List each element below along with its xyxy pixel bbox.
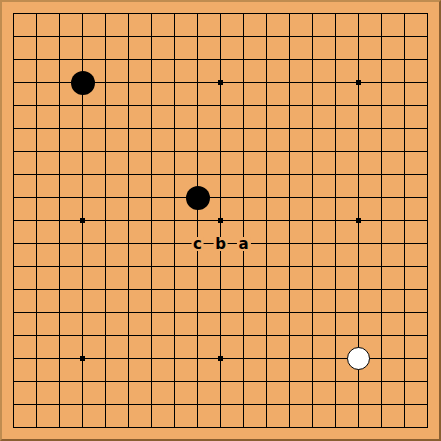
intersection[interactable] [416,71,439,94]
intersection[interactable] [71,209,94,232]
intersection[interactable] [163,416,186,439]
black-stone[interactable] [186,186,210,210]
intersection[interactable] [209,140,232,163]
intersection[interactable] [163,186,186,209]
intersection[interactable] [48,278,71,301]
intersection[interactable] [71,278,94,301]
intersection[interactable] [209,324,232,347]
intersection[interactable] [393,25,416,48]
intersection[interactable] [393,416,416,439]
intersection[interactable] [2,117,25,140]
intersection[interactable] [416,94,439,117]
intersection[interactable] [2,94,25,117]
intersection[interactable] [2,163,25,186]
intersection[interactable] [117,278,140,301]
intersection[interactable] [94,393,117,416]
intersection[interactable] [117,255,140,278]
intersection[interactable] [2,232,25,255]
intersection[interactable] [140,94,163,117]
intersection[interactable] [416,370,439,393]
intersection[interactable] [393,255,416,278]
intersection[interactable] [48,209,71,232]
intersection[interactable] [186,416,209,439]
intersection[interactable] [117,416,140,439]
intersection[interactable] [416,209,439,232]
intersection[interactable] [301,25,324,48]
intersection[interactable] [140,163,163,186]
intersection[interactable] [117,324,140,347]
intersection[interactable]: b [209,232,232,255]
intersection[interactable] [163,301,186,324]
intersection[interactable] [140,48,163,71]
intersection[interactable] [140,255,163,278]
intersection[interactable] [140,117,163,140]
intersection[interactable] [393,301,416,324]
intersection[interactable] [117,117,140,140]
intersection[interactable] [71,393,94,416]
intersection[interactable] [347,393,370,416]
intersection[interactable] [370,25,393,48]
intersection[interactable] [48,94,71,117]
intersection[interactable] [324,324,347,347]
intersection[interactable] [71,370,94,393]
intersection[interactable] [163,278,186,301]
intersection[interactable] [2,370,25,393]
intersection[interactable] [324,416,347,439]
intersection[interactable] [71,163,94,186]
intersection[interactable] [393,117,416,140]
intersection[interactable] [186,117,209,140]
intersection[interactable] [278,209,301,232]
intersection[interactable] [163,232,186,255]
intersection[interactable] [209,94,232,117]
intersection[interactable] [163,324,186,347]
intersection[interactable] [301,186,324,209]
intersection[interactable] [209,2,232,25]
intersection[interactable] [255,301,278,324]
intersection[interactable] [186,255,209,278]
intersection[interactable] [94,278,117,301]
intersection[interactable] [232,71,255,94]
intersection[interactable] [255,186,278,209]
intersection[interactable] [301,324,324,347]
intersection[interactable] [370,416,393,439]
intersection[interactable] [186,347,209,370]
intersection[interactable] [324,48,347,71]
intersection[interactable] [255,278,278,301]
intersection[interactable] [25,140,48,163]
intersection[interactable] [48,25,71,48]
intersection[interactable] [347,140,370,163]
intersection[interactable] [255,25,278,48]
intersection[interactable] [301,117,324,140]
intersection[interactable] [2,2,25,25]
intersection[interactable] [71,347,94,370]
intersection[interactable] [186,370,209,393]
intersection[interactable] [416,186,439,209]
intersection[interactable] [94,71,117,94]
intersection[interactable] [324,71,347,94]
intersection[interactable] [48,186,71,209]
intersection[interactable] [2,255,25,278]
intersection[interactable] [347,117,370,140]
intersection[interactable] [48,324,71,347]
intersection[interactable] [393,393,416,416]
intersection[interactable] [163,255,186,278]
intersection[interactable] [48,163,71,186]
intersection[interactable] [301,255,324,278]
intersection[interactable] [71,71,94,94]
intersection[interactable] [71,94,94,117]
intersection[interactable] [232,324,255,347]
intersection[interactable] [209,278,232,301]
intersection[interactable] [278,25,301,48]
intersection[interactable] [71,255,94,278]
intersection[interactable] [48,71,71,94]
intersection[interactable] [393,94,416,117]
intersection[interactable] [94,163,117,186]
intersection[interactable] [94,2,117,25]
intersection[interactable] [278,163,301,186]
intersection[interactable] [232,2,255,25]
intersection[interactable] [255,416,278,439]
intersection[interactable] [186,186,209,209]
intersection[interactable] [370,186,393,209]
intersection[interactable] [370,347,393,370]
intersection[interactable] [25,393,48,416]
intersection[interactable] [370,209,393,232]
intersection[interactable] [48,140,71,163]
intersection[interactable] [347,163,370,186]
intersection[interactable] [186,25,209,48]
intersection[interactable] [255,370,278,393]
intersection[interactable] [209,117,232,140]
intersection[interactable] [324,255,347,278]
intersection[interactable] [48,2,71,25]
intersection[interactable] [370,255,393,278]
intersection[interactable] [48,232,71,255]
intersection[interactable] [94,94,117,117]
intersection[interactable] [393,186,416,209]
intersection[interactable] [48,301,71,324]
intersection[interactable] [163,25,186,48]
intersection[interactable] [324,232,347,255]
intersection[interactable] [278,416,301,439]
intersection[interactable] [117,186,140,209]
intersection[interactable] [347,347,370,370]
intersection[interactable] [2,278,25,301]
intersection[interactable] [301,163,324,186]
intersection[interactable] [278,278,301,301]
intersection[interactable] [117,140,140,163]
intersection[interactable] [255,209,278,232]
intersection[interactable] [117,48,140,71]
intersection[interactable] [232,416,255,439]
intersection[interactable] [232,94,255,117]
intersection[interactable] [255,117,278,140]
intersection[interactable] [25,117,48,140]
intersection[interactable] [324,278,347,301]
intersection[interactable] [140,370,163,393]
intersection[interactable] [370,370,393,393]
intersection[interactable] [416,393,439,416]
intersection[interactable] [25,71,48,94]
intersection[interactable] [232,255,255,278]
intersection[interactable] [416,2,439,25]
intersection[interactable] [393,2,416,25]
intersection[interactable] [209,25,232,48]
intersection[interactable] [25,2,48,25]
intersection[interactable] [255,94,278,117]
intersection[interactable] [324,301,347,324]
intersection[interactable] [393,71,416,94]
intersection[interactable] [324,94,347,117]
intersection[interactable] [140,347,163,370]
intersection[interactable] [347,209,370,232]
intersection[interactable] [393,48,416,71]
intersection[interactable] [301,393,324,416]
intersection[interactable] [25,301,48,324]
intersection[interactable] [370,301,393,324]
intersection[interactable] [232,163,255,186]
intersection[interactable] [347,48,370,71]
intersection[interactable] [324,209,347,232]
intersection[interactable] [25,347,48,370]
intersection[interactable] [71,416,94,439]
intersection[interactable] [209,71,232,94]
intersection[interactable] [71,48,94,71]
intersection[interactable] [117,94,140,117]
intersection[interactable] [25,278,48,301]
intersection[interactable] [140,232,163,255]
intersection[interactable] [140,278,163,301]
intersection[interactable] [301,232,324,255]
intersection[interactable] [301,416,324,439]
intersection[interactable] [347,301,370,324]
intersection[interactable] [301,94,324,117]
intersection[interactable] [232,370,255,393]
intersection[interactable] [370,393,393,416]
intersection[interactable] [416,255,439,278]
intersection[interactable] [278,48,301,71]
intersection[interactable] [209,393,232,416]
intersection[interactable] [370,232,393,255]
intersection[interactable] [301,209,324,232]
intersection[interactable] [232,25,255,48]
intersection[interactable] [186,393,209,416]
intersection[interactable] [140,25,163,48]
intersection[interactable] [163,140,186,163]
intersection[interactable] [140,416,163,439]
intersection[interactable]: c [186,232,209,255]
intersection[interactable] [278,117,301,140]
intersection[interactable] [94,324,117,347]
intersection[interactable] [232,48,255,71]
intersection[interactable] [48,117,71,140]
intersection[interactable] [186,209,209,232]
intersection[interactable] [232,186,255,209]
intersection[interactable] [186,140,209,163]
intersection[interactable] [393,278,416,301]
intersection[interactable] [2,25,25,48]
intersection[interactable] [370,94,393,117]
board-grid[interactable]: cba [2,2,439,439]
intersection[interactable] [393,163,416,186]
intersection[interactable] [117,163,140,186]
intersection[interactable] [117,71,140,94]
intersection[interactable] [94,347,117,370]
intersection[interactable] [278,2,301,25]
intersection[interactable]: a [232,232,255,255]
intersection[interactable] [255,71,278,94]
intersection[interactable] [370,140,393,163]
intersection[interactable] [347,25,370,48]
intersection[interactable] [278,140,301,163]
intersection[interactable] [278,71,301,94]
intersection[interactable] [163,71,186,94]
intersection[interactable] [347,71,370,94]
intersection[interactable] [393,347,416,370]
intersection[interactable] [140,209,163,232]
intersection[interactable] [347,186,370,209]
intersection[interactable] [255,140,278,163]
intersection[interactable] [255,163,278,186]
intersection[interactable] [2,71,25,94]
intersection[interactable] [255,232,278,255]
intersection[interactable] [347,255,370,278]
intersection[interactable] [416,163,439,186]
intersection[interactable] [209,370,232,393]
intersection[interactable] [324,25,347,48]
intersection[interactable] [278,232,301,255]
intersection[interactable] [416,301,439,324]
intersection[interactable] [209,163,232,186]
intersection[interactable] [186,48,209,71]
intersection[interactable] [117,301,140,324]
intersection[interactable] [2,324,25,347]
intersection[interactable] [255,347,278,370]
intersection[interactable] [25,255,48,278]
intersection[interactable] [416,347,439,370]
intersection[interactable] [2,209,25,232]
intersection[interactable] [94,416,117,439]
intersection[interactable] [393,209,416,232]
intersection[interactable] [163,2,186,25]
intersection[interactable] [324,117,347,140]
intersection[interactable] [2,301,25,324]
intersection[interactable] [163,209,186,232]
intersection[interactable] [370,117,393,140]
intersection[interactable] [25,370,48,393]
intersection[interactable] [2,393,25,416]
intersection[interactable] [117,393,140,416]
intersection[interactable] [163,48,186,71]
intersection[interactable] [186,71,209,94]
intersection[interactable] [232,301,255,324]
intersection[interactable] [232,278,255,301]
intersection[interactable] [416,416,439,439]
intersection[interactable] [71,301,94,324]
intersection[interactable] [278,94,301,117]
intersection[interactable] [117,2,140,25]
intersection[interactable] [186,301,209,324]
intersection[interactable] [209,186,232,209]
intersection[interactable] [255,393,278,416]
intersection[interactable] [25,25,48,48]
intersection[interactable] [416,278,439,301]
intersection[interactable] [140,324,163,347]
intersection[interactable] [301,71,324,94]
intersection[interactable] [209,209,232,232]
intersection[interactable] [416,117,439,140]
intersection[interactable] [163,347,186,370]
intersection[interactable] [347,416,370,439]
intersection[interactable] [416,25,439,48]
intersection[interactable] [140,186,163,209]
intersection[interactable] [94,117,117,140]
intersection[interactable] [393,232,416,255]
intersection[interactable] [232,347,255,370]
intersection[interactable] [71,186,94,209]
intersection[interactable] [48,255,71,278]
intersection[interactable] [324,2,347,25]
intersection[interactable] [347,94,370,117]
intersection[interactable] [94,140,117,163]
intersection[interactable] [209,255,232,278]
intersection[interactable] [232,393,255,416]
white-stone[interactable] [347,347,370,370]
intersection[interactable] [347,232,370,255]
intersection[interactable] [71,232,94,255]
intersection[interactable] [393,370,416,393]
intersection[interactable] [416,140,439,163]
intersection[interactable] [232,209,255,232]
intersection[interactable] [209,416,232,439]
intersection[interactable] [117,232,140,255]
intersection[interactable] [278,370,301,393]
intersection[interactable] [301,347,324,370]
intersection[interactable] [186,163,209,186]
intersection[interactable] [25,163,48,186]
intersection[interactable] [140,393,163,416]
intersection[interactable] [94,255,117,278]
intersection[interactable] [117,25,140,48]
intersection[interactable] [255,2,278,25]
intersection[interactable] [48,393,71,416]
intersection[interactable] [2,186,25,209]
intersection[interactable] [48,347,71,370]
intersection[interactable] [209,301,232,324]
intersection[interactable] [186,324,209,347]
intersection[interactable] [94,25,117,48]
intersection[interactable] [324,393,347,416]
intersection[interactable] [117,347,140,370]
intersection[interactable] [232,140,255,163]
intersection[interactable] [278,347,301,370]
intersection[interactable] [94,301,117,324]
intersection[interactable] [393,324,416,347]
intersection[interactable] [324,370,347,393]
intersection[interactable] [209,48,232,71]
intersection[interactable] [140,71,163,94]
intersection[interactable] [94,232,117,255]
intersection[interactable] [393,140,416,163]
intersection[interactable] [117,370,140,393]
intersection[interactable] [301,301,324,324]
intersection[interactable] [25,186,48,209]
intersection[interactable] [186,2,209,25]
intersection[interactable] [25,209,48,232]
